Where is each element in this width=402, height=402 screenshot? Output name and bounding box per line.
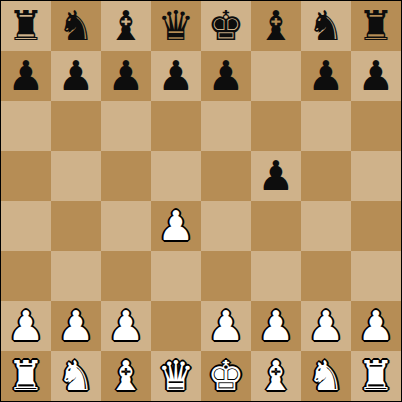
square-b2[interactable]: ♟ <box>51 301 101 351</box>
square-f8[interactable]: ♝ <box>251 1 301 51</box>
white-pawn[interactable]: ♟ <box>58 301 95 351</box>
square-a2[interactable]: ♟ <box>1 301 51 351</box>
square-c8[interactable]: ♝ <box>101 1 151 51</box>
square-a8[interactable]: ♜ <box>1 1 51 51</box>
white-knight[interactable]: ♞ <box>58 351 95 401</box>
square-b3[interactable] <box>51 251 101 301</box>
square-e5[interactable] <box>201 151 251 201</box>
square-e8[interactable]: ♚ <box>201 1 251 51</box>
white-bishop[interactable]: ♝ <box>258 351 295 401</box>
square-a3[interactable] <box>1 251 51 301</box>
square-b1[interactable]: ♞ <box>51 351 101 401</box>
square-d2[interactable] <box>151 301 201 351</box>
square-d6[interactable] <box>151 101 201 151</box>
square-g7[interactable]: ♟ <box>301 51 351 101</box>
white-king[interactable]: ♚ <box>208 351 245 401</box>
square-b8[interactable]: ♞ <box>51 1 101 51</box>
white-rook[interactable]: ♜ <box>8 351 45 401</box>
white-knight[interactable]: ♞ <box>308 351 345 401</box>
square-g2[interactable]: ♟ <box>301 301 351 351</box>
square-a7[interactable]: ♟ <box>1 51 51 101</box>
black-pawn[interactable]: ♟ <box>358 51 395 101</box>
chess-board-frame: ♜♞♝♛♚♝♞♜♟♟♟♟♟♟♟♟♟♟♟♟♟♟♟♟♜♞♝♛♚♝♞♜ <box>0 0 402 402</box>
black-pawn[interactable]: ♟ <box>258 151 295 201</box>
black-rook[interactable]: ♜ <box>8 1 45 51</box>
square-h8[interactable]: ♜ <box>351 1 401 51</box>
square-g3[interactable] <box>301 251 351 301</box>
black-bishop[interactable]: ♝ <box>258 1 295 51</box>
square-b7[interactable]: ♟ <box>51 51 101 101</box>
white-pawn[interactable]: ♟ <box>308 301 345 351</box>
square-f5[interactable]: ♟ <box>251 151 301 201</box>
square-d5[interactable] <box>151 151 201 201</box>
black-pawn[interactable]: ♟ <box>8 51 45 101</box>
square-b5[interactable] <box>51 151 101 201</box>
white-pawn[interactable]: ♟ <box>158 201 195 251</box>
square-f3[interactable] <box>251 251 301 301</box>
white-pawn[interactable]: ♟ <box>258 301 295 351</box>
square-c7[interactable]: ♟ <box>101 51 151 101</box>
chess-board: ♜♞♝♛♚♝♞♜♟♟♟♟♟♟♟♟♟♟♟♟♟♟♟♟♜♞♝♛♚♝♞♜ <box>1 1 401 401</box>
square-b4[interactable] <box>51 201 101 251</box>
square-c2[interactable]: ♟ <box>101 301 151 351</box>
black-rook[interactable]: ♜ <box>358 1 395 51</box>
square-g1[interactable]: ♞ <box>301 351 351 401</box>
square-d4[interactable]: ♟ <box>151 201 201 251</box>
square-a6[interactable] <box>1 101 51 151</box>
square-g4[interactable] <box>301 201 351 251</box>
square-e6[interactable] <box>201 101 251 151</box>
black-pawn[interactable]: ♟ <box>208 51 245 101</box>
square-h1[interactable]: ♜ <box>351 351 401 401</box>
black-knight[interactable]: ♞ <box>58 1 95 51</box>
square-c5[interactable] <box>101 151 151 201</box>
square-c4[interactable] <box>101 201 151 251</box>
black-knight[interactable]: ♞ <box>308 1 345 51</box>
square-h3[interactable] <box>351 251 401 301</box>
black-queen[interactable]: ♛ <box>158 1 195 51</box>
white-pawn[interactable]: ♟ <box>8 301 45 351</box>
square-f1[interactable]: ♝ <box>251 351 301 401</box>
square-f4[interactable] <box>251 201 301 251</box>
black-pawn[interactable]: ♟ <box>108 51 145 101</box>
square-d1[interactable]: ♛ <box>151 351 201 401</box>
square-f7[interactable] <box>251 51 301 101</box>
square-g8[interactable]: ♞ <box>301 1 351 51</box>
black-king[interactable]: ♚ <box>208 1 245 51</box>
white-queen[interactable]: ♛ <box>158 351 195 401</box>
square-g5[interactable] <box>301 151 351 201</box>
square-h4[interactable] <box>351 201 401 251</box>
square-d8[interactable]: ♛ <box>151 1 201 51</box>
square-a5[interactable] <box>1 151 51 201</box>
white-pawn[interactable]: ♟ <box>208 301 245 351</box>
square-e2[interactable]: ♟ <box>201 301 251 351</box>
square-e1[interactable]: ♚ <box>201 351 251 401</box>
square-h6[interactable] <box>351 101 401 151</box>
square-h7[interactable]: ♟ <box>351 51 401 101</box>
square-f2[interactable]: ♟ <box>251 301 301 351</box>
square-b6[interactable] <box>51 101 101 151</box>
white-rook[interactable]: ♜ <box>358 351 395 401</box>
square-a1[interactable]: ♜ <box>1 351 51 401</box>
white-pawn[interactable]: ♟ <box>358 301 395 351</box>
square-f6[interactable] <box>251 101 301 151</box>
square-h2[interactable]: ♟ <box>351 301 401 351</box>
black-pawn[interactable]: ♟ <box>308 51 345 101</box>
square-e3[interactable] <box>201 251 251 301</box>
square-d3[interactable] <box>151 251 201 301</box>
black-bishop[interactable]: ♝ <box>108 1 145 51</box>
square-c3[interactable] <box>101 251 151 301</box>
black-pawn[interactable]: ♟ <box>58 51 95 101</box>
square-e4[interactable] <box>201 201 251 251</box>
square-a4[interactable] <box>1 201 51 251</box>
square-c1[interactable]: ♝ <box>101 351 151 401</box>
square-g6[interactable] <box>301 101 351 151</box>
white-bishop[interactable]: ♝ <box>108 351 145 401</box>
square-d7[interactable]: ♟ <box>151 51 201 101</box>
square-e7[interactable]: ♟ <box>201 51 251 101</box>
square-h5[interactable] <box>351 151 401 201</box>
square-c6[interactable] <box>101 101 151 151</box>
white-pawn[interactable]: ♟ <box>108 301 145 351</box>
black-pawn[interactable]: ♟ <box>158 51 195 101</box>
